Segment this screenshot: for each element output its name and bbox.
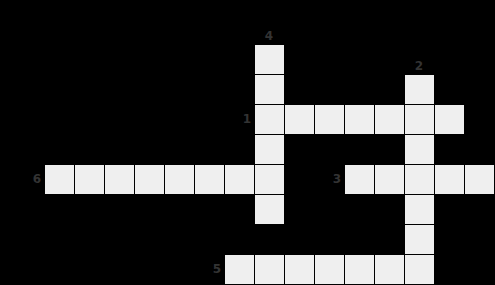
cell-r7-c7[interactable] (254, 254, 285, 285)
cell-r2-c9[interactable] (314, 104, 345, 135)
clue-number-1-across: 1 (243, 113, 251, 125)
cell-r4-c11[interactable] (374, 164, 405, 195)
clue-number-4-down: 4 (265, 30, 273, 42)
cell-r4-c1[interactable] (74, 164, 105, 195)
cell-r4-c10[interactable] (344, 164, 375, 195)
clue-number-6-across: 6 (33, 173, 41, 185)
cell-r7-c11[interactable] (374, 254, 405, 285)
cell-r2-c13[interactable] (434, 104, 465, 135)
cell-r2-c10[interactable] (344, 104, 375, 135)
cell-r5-c7[interactable] (254, 194, 285, 225)
cell-r4-c0[interactable] (44, 164, 75, 195)
cell-r4-c2[interactable] (104, 164, 135, 195)
cell-r7-c12[interactable] (404, 254, 435, 285)
clue-number-5-across: 5 (213, 263, 221, 275)
cell-r5-c12[interactable] (404, 194, 435, 225)
cell-r1-c7[interactable] (254, 74, 285, 105)
cell-r4-c7[interactable] (254, 164, 285, 195)
cell-r2-c12[interactable] (404, 104, 435, 135)
cell-r4-c4[interactable] (164, 164, 195, 195)
cell-r0-c7[interactable] (254, 44, 285, 75)
cell-r3-c12[interactable] (404, 134, 435, 165)
cell-r2-c7[interactable] (254, 104, 285, 135)
cell-r2-c8[interactable] (284, 104, 315, 135)
cell-r4-c5[interactable] (194, 164, 225, 195)
cell-r7-c9[interactable] (314, 254, 345, 285)
cell-r4-c14[interactable] (464, 164, 495, 195)
cell-r4-c13[interactable] (434, 164, 465, 195)
cell-r2-c11[interactable] (374, 104, 405, 135)
clue-number-2-down: 2 (415, 60, 423, 72)
cell-r7-c6[interactable] (224, 254, 255, 285)
cell-r4-c12[interactable] (404, 164, 435, 195)
cell-r6-c12[interactable] (404, 224, 435, 255)
cell-r4-c6[interactable] (224, 164, 255, 195)
cell-r1-c12[interactable] (404, 74, 435, 105)
cell-r4-c3[interactable] (134, 164, 165, 195)
cell-r3-c7[interactable] (254, 134, 285, 165)
crossword-board: 123456 (0, 0, 495, 285)
clue-number-3-across: 3 (333, 173, 341, 185)
cell-r7-c10[interactable] (344, 254, 375, 285)
cell-r7-c8[interactable] (284, 254, 315, 285)
